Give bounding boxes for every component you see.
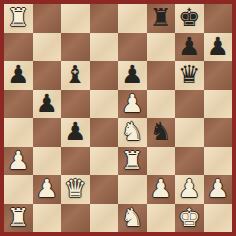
square-b4[interactable] [33,118,62,147]
square-a6[interactable]: ♟ [4,61,33,90]
square-h4[interactable] [204,118,233,147]
square-g2[interactable]: ♟ [175,175,204,204]
chess-board: ♜♜♚♟♟♟♝♟♛♟♟♟♞♞♟♜♟♛♟♟♟♜♞♚ [0,0,236,236]
square-g1[interactable]: ♚ [175,204,204,233]
square-f6[interactable] [147,61,176,90]
square-a4[interactable] [4,118,33,147]
black-king-piece[interactable]: ♚ [178,4,200,33]
square-a3[interactable]: ♟ [4,147,33,176]
square-c2[interactable]: ♛ [61,175,90,204]
black-pawn-piece[interactable]: ♟ [207,33,229,62]
black-bishop-piece[interactable]: ♝ [64,61,86,90]
square-a2[interactable] [4,175,33,204]
square-d1[interactable] [90,204,119,233]
square-e8[interactable] [118,4,147,33]
white-pawn-piece[interactable]: ♟ [36,175,58,204]
square-e5[interactable]: ♟ [118,90,147,119]
square-h3[interactable] [204,147,233,176]
square-b8[interactable] [33,4,62,33]
square-e3[interactable]: ♜ [118,147,147,176]
square-a5[interactable] [4,90,33,119]
square-c7[interactable] [61,33,90,62]
square-b2[interactable]: ♟ [33,175,62,204]
square-e2[interactable] [118,175,147,204]
white-knight-piece[interactable]: ♞ [121,118,143,147]
square-f1[interactable] [147,204,176,233]
square-d3[interactable] [90,147,119,176]
square-b7[interactable] [33,33,62,62]
white-rook-piece[interactable]: ♜ [7,204,29,233]
square-f8[interactable]: ♜ [147,4,176,33]
square-b5[interactable]: ♟ [33,90,62,119]
white-pawn-piece[interactable]: ♟ [150,175,172,204]
black-pawn-piece[interactable]: ♟ [64,118,86,147]
square-c8[interactable] [61,4,90,33]
square-e6[interactable]: ♟ [118,61,147,90]
square-f5[interactable] [147,90,176,119]
white-pawn-piece[interactable]: ♟ [207,175,229,204]
black-pawn-piece[interactable]: ♟ [36,90,58,119]
square-g7[interactable]: ♟ [175,33,204,62]
chess-board-grid: ♜♜♚♟♟♟♝♟♛♟♟♟♞♞♟♜♟♛♟♟♟♜♞♚ [4,4,232,232]
square-c3[interactable] [61,147,90,176]
square-h7[interactable]: ♟ [204,33,233,62]
white-rook-piece[interactable]: ♜ [121,147,143,176]
square-f3[interactable] [147,147,176,176]
square-h6[interactable] [204,61,233,90]
square-c1[interactable] [61,204,90,233]
square-b1[interactable] [33,204,62,233]
square-f4[interactable]: ♞ [147,118,176,147]
black-knight-piece[interactable]: ♞ [150,118,172,147]
square-h5[interactable] [204,90,233,119]
square-d7[interactable] [90,33,119,62]
square-e1[interactable]: ♞ [118,204,147,233]
square-h8[interactable] [204,4,233,33]
square-a1[interactable]: ♜ [4,204,33,233]
square-d8[interactable] [90,4,119,33]
square-c6[interactable]: ♝ [61,61,90,90]
square-e7[interactable] [118,33,147,62]
square-d4[interactable] [90,118,119,147]
square-h2[interactable]: ♟ [204,175,233,204]
black-pawn-piece[interactable]: ♟ [178,33,200,62]
square-f2[interactable]: ♟ [147,175,176,204]
black-queen-piece[interactable]: ♛ [178,61,200,90]
white-pawn-piece[interactable]: ♟ [178,175,200,204]
white-king-piece[interactable]: ♚ [178,204,200,233]
square-b6[interactable] [33,61,62,90]
square-d2[interactable] [90,175,119,204]
black-rook-piece[interactable]: ♜ [150,4,172,33]
white-queen-piece[interactable]: ♛ [64,175,86,204]
black-pawn-piece[interactable]: ♟ [121,61,143,90]
square-d6[interactable] [90,61,119,90]
white-pawn-piece[interactable]: ♟ [121,90,143,119]
square-g8[interactable]: ♚ [175,4,204,33]
square-g5[interactable] [175,90,204,119]
black-pawn-piece[interactable]: ♟ [7,61,29,90]
white-rook-piece[interactable]: ♜ [7,4,29,33]
square-h1[interactable] [204,204,233,233]
square-a8[interactable]: ♜ [4,4,33,33]
square-g3[interactable] [175,147,204,176]
square-g4[interactable] [175,118,204,147]
white-pawn-piece[interactable]: ♟ [7,147,29,176]
white-knight-piece[interactable]: ♞ [121,204,143,233]
square-c4[interactable]: ♟ [61,118,90,147]
square-f7[interactable] [147,33,176,62]
square-b3[interactable] [33,147,62,176]
square-e4[interactable]: ♞ [118,118,147,147]
square-c5[interactable] [61,90,90,119]
square-d5[interactable] [90,90,119,119]
square-a7[interactable] [4,33,33,62]
square-g6[interactable]: ♛ [175,61,204,90]
